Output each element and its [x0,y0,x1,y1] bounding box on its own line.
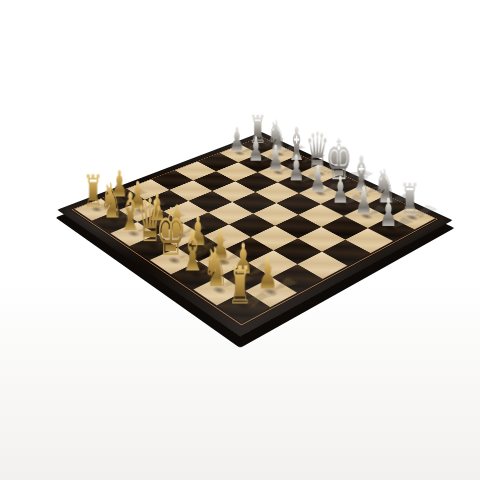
square-h1: ♜♜ [217,291,270,322]
chessboard-scene: ♜♜♞♞♝♝♛♛♚♚♝♝♞♞♜♜♟♟♟♟♟♟♟♟♟♟♟♟♟♟♟♟♟♟♟♟♟♟♟♟… [113,75,393,355]
playing-field: ♜♜♞♞♝♝♛♛♚♚♝♝♞♞♜♜♟♟♟♟♟♟♟♟♟♟♟♟♟♟♟♟♟♟♟♟♟♟♟♟… [71,136,438,325]
product-photo-stage: ♜♜♞♞♝♝♛♛♚♚♝♝♞♞♜♜♟♟♟♟♟♟♟♟♟♟♟♟♟♟♟♟♟♟♟♟♟♟♟♟… [0,0,480,480]
silver-pawn-icon: ♟ [366,194,411,233]
gold-rook-icon: ♜ [214,259,265,311]
board-grid: ♜♜♞♞♝♝♛♛♚♚♝♝♞♞♜♜♟♟♟♟♟♟♟♟♟♟♟♟♟♟♟♟♟♟♟♟♟♟♟♟… [74,137,435,322]
board-surface: ♜♜♞♞♝♝♛♛♚♚♝♝♞♞♜♜♟♟♟♟♟♟♟♟♟♟♟♟♟♟♟♟♟♟♟♟♟♟♟♟… [57,132,452,337]
chessboard: ♜♜♞♞♝♝♛♛♚♚♝♝♞♞♜♜♟♟♟♟♟♟♟♟♟♟♟♟♟♟♟♟♟♟♟♟♟♟♟♟… [57,132,452,337]
